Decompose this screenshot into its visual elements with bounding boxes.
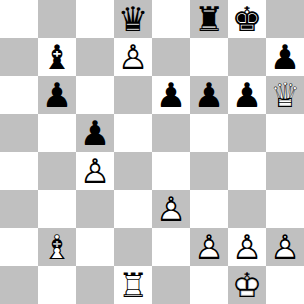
piece-black-pawn: ♟ [38,76,76,114]
square-h6[interactable]: ♛♕ [266,76,304,114]
black-queen-icon: ♛ [114,0,152,38]
square-c7[interactable] [76,38,114,76]
square-h1[interactable] [266,266,304,304]
black-pawn-icon: ♟ [152,76,190,114]
white-pawn-icon: ♙ [76,152,114,190]
piece-white-pawn: ♟♙ [228,228,266,266]
black-king-icon: ♚ [228,0,266,38]
square-d2[interactable] [114,228,152,266]
square-e2[interactable] [152,228,190,266]
square-f5[interactable] [190,114,228,152]
square-g3[interactable] [228,190,266,228]
square-c8[interactable] [76,0,114,38]
square-e8[interactable] [152,0,190,38]
square-e3[interactable]: ♟♙ [152,190,190,228]
piece-black-rook: ♜ [190,0,228,38]
piece-white-pawn: ♟♙ [190,228,228,266]
square-g2[interactable]: ♟♙ [228,228,266,266]
square-a4[interactable] [0,152,38,190]
piece-black-pawn: ♟ [228,76,266,114]
square-g5[interactable] [228,114,266,152]
square-c3[interactable] [76,190,114,228]
piece-white-pawn: ♟♙ [152,190,190,228]
square-h7[interactable]: ♟ [266,38,304,76]
square-h4[interactable] [266,152,304,190]
black-pawn-icon: ♟ [38,76,76,114]
piece-white-pawn: ♟♙ [114,38,152,76]
square-d1[interactable]: ♜♖ [114,266,152,304]
square-a2[interactable] [0,228,38,266]
white-pawn-icon: ♙ [190,228,228,266]
square-c6[interactable] [76,76,114,114]
square-g4[interactable] [228,152,266,190]
black-pawn-icon: ♟ [190,76,228,114]
square-g7[interactable] [228,38,266,76]
square-d3[interactable] [114,190,152,228]
square-f2[interactable]: ♟♙ [190,228,228,266]
square-h5[interactable] [266,114,304,152]
square-b3[interactable] [38,190,76,228]
square-g8[interactable]: ♚ [228,0,266,38]
piece-black-king: ♚ [228,0,266,38]
square-b5[interactable] [38,114,76,152]
square-e4[interactable] [152,152,190,190]
square-b8[interactable] [38,0,76,38]
piece-white-queen: ♛♕ [266,76,304,114]
piece-black-pawn: ♟ [76,114,114,152]
square-e7[interactable] [152,38,190,76]
piece-white-bishop: ♝♗ [38,228,76,266]
square-a7[interactable] [0,38,38,76]
white-king-icon: ♔ [228,266,266,304]
square-f8[interactable]: ♜ [190,0,228,38]
piece-white-pawn: ♟♙ [76,152,114,190]
piece-black-pawn: ♟ [266,38,304,76]
square-d5[interactable] [114,114,152,152]
white-pawn-icon: ♙ [266,228,304,266]
square-a5[interactable] [0,114,38,152]
square-e6[interactable]: ♟ [152,76,190,114]
piece-white-rook: ♜♖ [114,266,152,304]
square-a1[interactable] [0,266,38,304]
black-pawn-icon: ♟ [228,76,266,114]
square-c5[interactable]: ♟ [76,114,114,152]
square-d4[interactable] [114,152,152,190]
square-a8[interactable] [0,0,38,38]
square-d8[interactable]: ♛ [114,0,152,38]
white-pawn-icon: ♙ [228,228,266,266]
square-c2[interactable] [76,228,114,266]
square-b6[interactable]: ♟ [38,76,76,114]
black-bishop-icon: ♝ [38,38,76,76]
black-rook-icon: ♜ [190,0,228,38]
piece-white-king: ♚♔ [228,266,266,304]
white-queen-icon: ♕ [266,76,304,114]
white-bishop-icon: ♗ [38,228,76,266]
black-pawn-icon: ♟ [266,38,304,76]
square-d6[interactable] [114,76,152,114]
piece-black-bishop: ♝ [38,38,76,76]
square-h8[interactable] [266,0,304,38]
square-e5[interactable] [152,114,190,152]
square-f4[interactable] [190,152,228,190]
square-h3[interactable] [266,190,304,228]
square-f7[interactable] [190,38,228,76]
white-rook-icon: ♖ [114,266,152,304]
square-g1[interactable]: ♚♔ [228,266,266,304]
square-f6[interactable]: ♟ [190,76,228,114]
square-a6[interactable] [0,76,38,114]
square-b2[interactable]: ♝♗ [38,228,76,266]
chess-board: ♛♜♚♝♟♙♟♟♟♟♟♛♕♟♟♙♟♙♝♗♟♙♟♙♟♙♜♖♚♔ [0,0,304,304]
square-g6[interactable]: ♟ [228,76,266,114]
piece-black-queen: ♛ [114,0,152,38]
white-pawn-icon: ♙ [114,38,152,76]
square-c4[interactable]: ♟♙ [76,152,114,190]
square-b7[interactable]: ♝ [38,38,76,76]
square-a3[interactable] [0,190,38,228]
square-f3[interactable] [190,190,228,228]
square-f1[interactable] [190,266,228,304]
square-d7[interactable]: ♟♙ [114,38,152,76]
black-pawn-icon: ♟ [76,114,114,152]
square-e1[interactable] [152,266,190,304]
square-c1[interactable] [76,266,114,304]
piece-black-pawn: ♟ [190,76,228,114]
square-h2[interactable]: ♟♙ [266,228,304,266]
square-b1[interactable] [38,266,76,304]
piece-white-pawn: ♟♙ [266,228,304,266]
white-pawn-icon: ♙ [152,190,190,228]
square-b4[interactable] [38,152,76,190]
piece-black-pawn: ♟ [152,76,190,114]
